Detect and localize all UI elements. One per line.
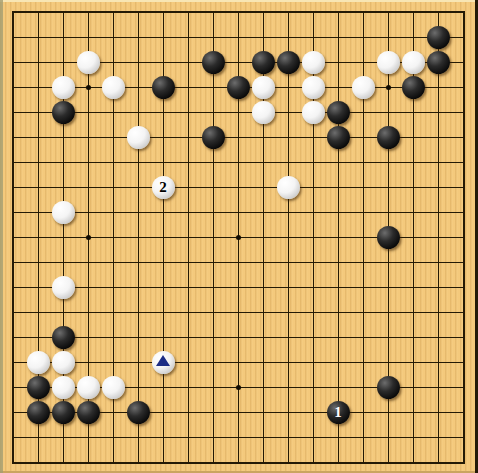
grid-line-vertical <box>338 12 339 462</box>
white-stone <box>302 76 325 99</box>
black-stone <box>277 51 300 74</box>
white-stone <box>102 76 125 99</box>
grid-line-horizontal <box>13 262 463 263</box>
white-stone <box>52 351 75 374</box>
star-point <box>386 85 391 90</box>
white-stone <box>252 76 275 99</box>
board-edge-top <box>0 0 478 2</box>
go-board[interactable]: 12 <box>0 0 478 473</box>
grid-line-horizontal <box>13 337 463 338</box>
grid-line-horizontal <box>13 287 463 288</box>
white-stone <box>152 351 175 374</box>
black-stone <box>227 76 250 99</box>
star-point <box>86 235 91 240</box>
black-stone <box>377 126 400 149</box>
black-stone <box>377 226 400 249</box>
white-stone <box>277 176 300 199</box>
black-stone <box>327 126 350 149</box>
black-stone <box>152 76 175 99</box>
white-stone <box>102 376 125 399</box>
white-stone <box>302 101 325 124</box>
black-stone <box>202 51 225 74</box>
white-stone <box>302 51 325 74</box>
board-edge-left <box>0 0 3 473</box>
white-stone <box>27 351 50 374</box>
black-stone <box>427 51 450 74</box>
black-stone <box>127 401 150 424</box>
white-stone <box>352 76 375 99</box>
black-stone <box>27 401 50 424</box>
white-stone <box>377 51 400 74</box>
grid-line-vertical <box>288 12 289 462</box>
grid-line-horizontal <box>13 312 463 313</box>
black-stone <box>52 401 75 424</box>
black-stone <box>402 76 425 99</box>
white-stone <box>152 176 175 199</box>
white-stone <box>52 376 75 399</box>
grid-line-horizontal <box>13 362 463 363</box>
black-stone <box>27 376 50 399</box>
black-stone <box>52 326 75 349</box>
star-point <box>236 235 241 240</box>
white-stone <box>252 101 275 124</box>
white-stone <box>77 51 100 74</box>
white-stone <box>52 276 75 299</box>
black-stone <box>77 401 100 424</box>
grid-line-horizontal <box>13 437 463 438</box>
white-stone <box>52 201 75 224</box>
black-stone <box>52 101 75 124</box>
white-stone <box>127 126 150 149</box>
white-stone <box>77 376 100 399</box>
black-stone <box>427 26 450 49</box>
white-stone <box>52 76 75 99</box>
black-stone <box>252 51 275 74</box>
black-stone <box>202 126 225 149</box>
grid-line-vertical <box>438 12 439 462</box>
black-stone <box>327 401 350 424</box>
black-stone <box>377 376 400 399</box>
black-stone <box>327 101 350 124</box>
white-stone <box>402 51 425 74</box>
star-point <box>86 85 91 90</box>
star-point <box>236 385 241 390</box>
